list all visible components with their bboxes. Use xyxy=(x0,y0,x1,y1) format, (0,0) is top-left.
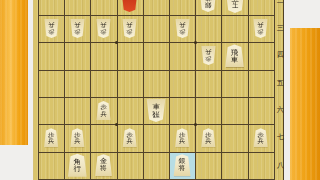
piece-gote-rook-56[interactable]: 飛車 xyxy=(146,99,166,122)
grid-line-horizontal xyxy=(38,70,275,71)
piece-gote-king-22[interactable]: 玉将 xyxy=(225,0,245,13)
piece-gote-promoted-red-62[interactable] xyxy=(121,0,138,12)
piece-kanji: 将 xyxy=(100,165,107,172)
grid-line-horizontal xyxy=(38,97,275,98)
piece-sente-bishop-88[interactable]: 角行 xyxy=(67,154,87,177)
grid-line-vertical xyxy=(38,0,39,180)
piece-kanji: 歩 xyxy=(179,29,185,35)
piece-kanji: 将 xyxy=(205,0,212,1)
grid-line-horizontal xyxy=(38,15,275,16)
right-side-panel xyxy=(290,28,320,180)
grid-line-horizontal xyxy=(38,152,275,153)
piece-kanji: 飛 xyxy=(152,111,159,118)
piece-sente-pawn-67[interactable]: 歩兵 xyxy=(122,128,137,147)
piece-gote-pawn-34[interactable]: 歩兵 xyxy=(201,46,216,65)
shogi-app-screen: 一二三四五六七八九銀将玉将歩兵歩兵歩兵歩兵歩兵歩兵歩兵飛車飛車歩兵歩兵歩兵歩兵歩… xyxy=(0,0,320,180)
grid-line-vertical xyxy=(195,0,196,180)
piece-sente-pawn-87[interactable]: 歩兵 xyxy=(70,128,85,147)
star-point xyxy=(115,123,118,126)
piece-sente-pawn-76[interactable]: 歩兵 xyxy=(96,101,111,120)
piece-kanji: 歩 xyxy=(205,56,211,62)
rank-label-5: 五 xyxy=(276,80,285,87)
grid-line-vertical xyxy=(248,0,249,180)
grid-line-vertical xyxy=(274,0,275,180)
grid-line-vertical xyxy=(221,0,222,180)
piece-kanji: 兵 xyxy=(74,138,80,144)
star-point xyxy=(194,41,197,44)
piece-kanji: 兵 xyxy=(205,138,211,144)
piece-kanji: 兵 xyxy=(258,138,264,144)
piece-kanji: 兵 xyxy=(205,50,211,56)
piece-gote-pawn-83[interactable]: 歩兵 xyxy=(70,19,85,38)
left-side-panel xyxy=(0,0,28,145)
piece-kanji: 兵 xyxy=(74,23,80,29)
piece-kanji: 歩 xyxy=(258,29,264,35)
rank-label-6: 六 xyxy=(276,107,285,114)
piece-kanji: 歩 xyxy=(74,29,80,35)
piece-kanji: 歩 xyxy=(127,29,133,35)
piece-kanji: 将 xyxy=(231,0,238,1)
grid-line-vertical xyxy=(169,0,170,180)
piece-kanji: 歩 xyxy=(48,29,54,35)
piece-kanji: 行 xyxy=(74,165,81,172)
grid-line-horizontal xyxy=(38,124,275,125)
grid-line-vertical xyxy=(90,0,91,180)
grid-line-vertical xyxy=(117,0,118,180)
rank-label-8: 八 xyxy=(276,162,285,169)
piece-kanji: 兵 xyxy=(100,111,106,117)
piece-kanji: 銀 xyxy=(205,2,212,9)
piece-sente-rook-24[interactable]: 飛車 xyxy=(225,44,245,67)
piece-kanji: 車 xyxy=(152,103,159,110)
piece-gote-silver-32[interactable]: 銀将 xyxy=(199,0,217,12)
star-point xyxy=(115,41,118,44)
piece-sente-pawn-47[interactable]: 歩兵 xyxy=(175,128,190,147)
piece-kanji: 歩 xyxy=(100,29,106,35)
rank-label-3: 三 xyxy=(276,25,285,32)
rank-label-2: 二 xyxy=(276,0,285,5)
piece-gote-pawn-93[interactable]: 歩兵 xyxy=(44,19,59,38)
piece-kanji: 兵 xyxy=(48,23,54,29)
star-point xyxy=(194,123,197,126)
grid-line-horizontal xyxy=(38,42,275,43)
piece-kanji: 兵 xyxy=(100,23,106,29)
piece-sente-pawn-97[interactable]: 歩兵 xyxy=(44,128,59,147)
piece-kanji: 兵 xyxy=(179,138,185,144)
piece-gote-pawn-63[interactable]: 歩兵 xyxy=(122,19,137,38)
piece-kanji: 兵 xyxy=(258,23,264,29)
grid-line-vertical xyxy=(64,0,65,180)
piece-kanji: 兵 xyxy=(127,138,133,144)
piece-sente-pawn-17[interactable]: 歩兵 xyxy=(253,128,268,147)
grid-line-vertical xyxy=(143,0,144,180)
piece-gote-pawn-13[interactable]: 歩兵 xyxy=(253,19,268,38)
grid-line-horizontal xyxy=(38,179,275,180)
rank-label-7: 七 xyxy=(276,134,285,141)
piece-kanji: 車 xyxy=(231,56,238,63)
piece-kanji: 玉 xyxy=(231,2,238,9)
piece-sente-pawn-37[interactable]: 歩兵 xyxy=(201,128,216,147)
shogi-board[interactable]: 一二三四五六七八九銀将玉将歩兵歩兵歩兵歩兵歩兵歩兵歩兵飛車飛車歩兵歩兵歩兵歩兵歩… xyxy=(33,0,284,180)
piece-kanji: 将 xyxy=(179,165,186,172)
piece-gote-pawn-43[interactable]: 歩兵 xyxy=(175,19,190,38)
piece-kanji: 兵 xyxy=(179,23,185,29)
piece-kanji: 兵 xyxy=(48,138,54,144)
piece-sente-gold-78[interactable]: 金将 xyxy=(95,154,113,176)
piece-kanji: 兵 xyxy=(127,23,133,29)
piece-gote-pawn-73[interactable]: 歩兵 xyxy=(96,19,111,38)
rank-label-4: 四 xyxy=(276,52,285,59)
